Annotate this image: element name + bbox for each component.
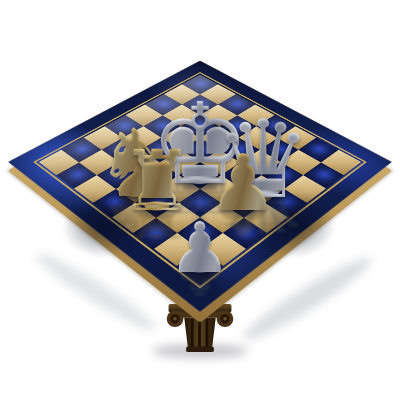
product-photo-scene: ♞♞♜♜♚♚♟♟♛♛♟♟: [0, 0, 400, 400]
pieces-layer: ♞♞♜♜♚♚♟♟♛♛♟♟: [0, 0, 400, 400]
pawn-glyph: ♟: [169, 213, 232, 283]
